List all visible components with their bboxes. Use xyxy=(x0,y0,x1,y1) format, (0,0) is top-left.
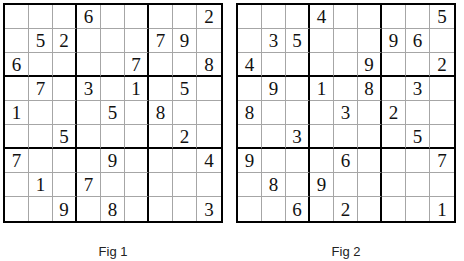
sudoku-cell-r3c9[interactable]: 2 xyxy=(430,53,454,77)
sudoku-cell-r3c6[interactable]: 7 xyxy=(125,53,149,77)
sudoku-cell-r5c7[interactable]: 8 xyxy=(149,101,173,125)
sudoku-cell-r1c8[interactable] xyxy=(173,5,197,29)
sudoku-cell-r4c5[interactable] xyxy=(334,77,358,101)
sudoku-cell-r1c2[interactable] xyxy=(29,5,53,29)
sudoku-cell-r6c5[interactable] xyxy=(334,125,358,149)
sudoku-cell-r3c5[interactable] xyxy=(334,53,358,77)
sudoku-cell-r8c1[interactable] xyxy=(238,173,262,197)
sudoku-cell-r4c6[interactable]: 1 xyxy=(125,77,149,101)
sudoku-cell-r7c8[interactable] xyxy=(406,149,430,173)
sudoku-cell-r5c5[interactable]: 3 xyxy=(334,101,358,125)
sudoku-cell-r7c4[interactable] xyxy=(77,149,101,173)
sudoku-cell-r1c3[interactable] xyxy=(286,5,310,29)
sudoku-cell-r4c8[interactable]: 3 xyxy=(406,77,430,101)
sudoku-grid-fig2: 45359649291838323596789621 xyxy=(236,3,456,223)
sudoku-cell-r4c3[interactable] xyxy=(53,77,77,101)
sudoku-cell-r6c9[interactable] xyxy=(197,125,221,149)
sudoku-cell-r2c5[interactable] xyxy=(334,29,358,53)
sudoku-cell-r1c9[interactable]: 2 xyxy=(197,5,221,29)
sudoku-cell-r9c7[interactable] xyxy=(149,197,173,221)
sudoku-cell-r3c1[interactable]: 6 xyxy=(5,53,29,77)
sudoku-cell-r3c9[interactable]: 8 xyxy=(197,53,221,77)
sudoku-cell-r3c3[interactable] xyxy=(286,53,310,77)
sudoku-cell-r1c1[interactable] xyxy=(5,5,29,29)
sudoku-cell-r2c5[interactable] xyxy=(101,29,125,53)
sudoku-cell-r4c4[interactable]: 3 xyxy=(77,77,101,101)
sudoku-cell-r7c1[interactable]: 9 xyxy=(238,149,262,173)
sudoku-cell-r3c2[interactable] xyxy=(29,53,53,77)
sudoku-cell-r6c3[interactable]: 5 xyxy=(53,125,77,149)
sudoku-cell-r5c7[interactable]: 2 xyxy=(382,101,406,125)
sudoku-cell-r1c7[interactable] xyxy=(382,5,406,29)
sudoku-cell-r6c2[interactable] xyxy=(29,125,53,149)
sudoku-cell-r7c9[interactable]: 7 xyxy=(430,149,454,173)
sudoku-cell-r9c1[interactable] xyxy=(238,197,262,221)
sudoku-cell-r2c8[interactable]: 9 xyxy=(173,29,197,53)
sudoku-cell-r9c4[interactable] xyxy=(310,197,334,221)
sudoku-cell-r9c2[interactable] xyxy=(262,197,286,221)
sudoku-cell-r3c7[interactable] xyxy=(382,53,406,77)
sudoku-cell-r1c1[interactable] xyxy=(238,5,262,29)
sudoku-cell-r9c6[interactable] xyxy=(125,197,149,221)
sudoku-cell-r8c8[interactable] xyxy=(173,173,197,197)
sudoku-cell-r4c9[interactable] xyxy=(430,77,454,101)
sudoku-cell-r2c4[interactable] xyxy=(77,29,101,53)
sudoku-cell-r2c7[interactable]: 7 xyxy=(149,29,173,53)
sudoku-cell-r9c7[interactable] xyxy=(382,197,406,221)
sudoku-cell-r5c1[interactable]: 1 xyxy=(5,101,29,125)
sudoku-cell-r3c5[interactable] xyxy=(101,53,125,77)
sudoku-cell-r8c2[interactable]: 8 xyxy=(262,173,286,197)
sudoku-cell-r2c1[interactable] xyxy=(238,29,262,53)
sudoku-cell-r6c8[interactable]: 2 xyxy=(173,125,197,149)
sudoku-cell-r9c1[interactable] xyxy=(5,197,29,221)
sudoku-cell-r4c7[interactable] xyxy=(149,77,173,101)
sudoku-cell-r7c9[interactable]: 4 xyxy=(197,149,221,173)
sudoku-cell-r2c6[interactable] xyxy=(125,29,149,53)
sudoku-cell-r9c3[interactable]: 9 xyxy=(53,197,77,221)
sudoku-cell-r5c4[interactable] xyxy=(310,101,334,125)
sudoku-cell-r5c2[interactable] xyxy=(29,101,53,125)
sudoku-cell-r6c4[interactable] xyxy=(77,125,101,149)
sudoku-cell-r9c6[interactable] xyxy=(358,197,382,221)
sudoku-cell-r3c7[interactable] xyxy=(149,53,173,77)
sudoku-cell-r4c2[interactable]: 9 xyxy=(262,77,286,101)
sudoku-cell-r7c2[interactable] xyxy=(29,149,53,173)
sudoku-cell-r5c5[interactable]: 5 xyxy=(101,101,125,125)
sudoku-cell-r2c9[interactable] xyxy=(197,29,221,53)
sudoku-cell-r6c6[interactable] xyxy=(358,125,382,149)
sudoku-cell-r2c2[interactable]: 3 xyxy=(262,29,286,53)
sudoku-cell-r4c7[interactable] xyxy=(382,77,406,101)
sudoku-cell-r9c5[interactable]: 8 xyxy=(101,197,125,221)
sudoku-cell-r4c3[interactable] xyxy=(286,77,310,101)
sudoku-cell-r6c7[interactable] xyxy=(149,125,173,149)
sudoku-cell-r5c1[interactable]: 8 xyxy=(238,101,262,125)
sudoku-cell-r1c5[interactable] xyxy=(101,5,125,29)
sudoku-cell-r6c1[interactable] xyxy=(5,125,29,149)
sudoku-cell-r9c8[interactable] xyxy=(173,197,197,221)
sudoku-cell-r5c9[interactable] xyxy=(430,101,454,125)
sudoku-cell-r9c3[interactable]: 6 xyxy=(286,197,310,221)
sudoku-cell-r3c2[interactable] xyxy=(262,53,286,77)
sudoku-cell-r7c6[interactable] xyxy=(358,149,382,173)
sudoku-cell-r8c5[interactable] xyxy=(334,173,358,197)
sudoku-cell-r9c8[interactable] xyxy=(406,197,430,221)
sudoku-cell-r7c3[interactable] xyxy=(286,149,310,173)
sudoku-cell-r5c2[interactable] xyxy=(262,101,286,125)
sudoku-cell-r5c9[interactable] xyxy=(197,101,221,125)
sudoku-cell-r3c4[interactable] xyxy=(77,53,101,77)
sudoku-cell-r5c8[interactable] xyxy=(173,101,197,125)
sudoku-cell-r8c7[interactable] xyxy=(149,173,173,197)
sudoku-cell-r6c8[interactable]: 5 xyxy=(406,125,430,149)
sudoku-cell-r8c9[interactable] xyxy=(430,173,454,197)
fig1-caption: Fig 1 xyxy=(3,244,223,259)
sudoku-cell-r8c8[interactable] xyxy=(406,173,430,197)
sudoku-cell-r8c9[interactable] xyxy=(197,173,221,197)
sudoku-cell-r6c1[interactable] xyxy=(238,125,262,149)
sudoku-cell-r7c3[interactable] xyxy=(53,149,77,173)
sudoku-cell-r9c9[interactable]: 1 xyxy=(430,197,454,221)
sudoku-cell-r3c8[interactable] xyxy=(173,53,197,77)
sudoku-cell-r3c6[interactable]: 9 xyxy=(358,53,382,77)
sudoku-cell-r5c8[interactable] xyxy=(406,101,430,125)
sudoku-cell-r4c1[interactable] xyxy=(5,77,29,101)
sudoku-cell-r8c2[interactable]: 1 xyxy=(29,173,53,197)
sudoku-cell-r1c2[interactable] xyxy=(262,5,286,29)
fig2-caption: Fig 2 xyxy=(236,244,456,259)
sudoku-cell-r6c9[interactable] xyxy=(430,125,454,149)
sudoku-cell-r8c6[interactable] xyxy=(125,173,149,197)
sudoku-cell-r2c4[interactable] xyxy=(310,29,334,53)
sudoku-cell-r1c5[interactable] xyxy=(334,5,358,29)
sudoku-cell-r4c4[interactable]: 1 xyxy=(310,77,334,101)
sudoku-cell-r3c8[interactable] xyxy=(406,53,430,77)
sudoku-cell-r8c5[interactable] xyxy=(101,173,125,197)
sudoku-cell-r1c3[interactable] xyxy=(53,5,77,29)
sudoku-cell-r1c4[interactable]: 6 xyxy=(77,5,101,29)
sudoku-cell-r5c3[interactable] xyxy=(286,101,310,125)
sudoku-cell-r2c3[interactable]: 5 xyxy=(286,29,310,53)
sudoku-cell-r2c6[interactable] xyxy=(358,29,382,53)
sudoku-cell-r9c9[interactable]: 3 xyxy=(197,197,221,221)
sudoku-cell-r6c6[interactable] xyxy=(125,125,149,149)
sudoku-cell-r1c8[interactable] xyxy=(406,5,430,29)
sudoku-cell-r1c6[interactable] xyxy=(358,5,382,29)
sudoku-cell-r1c7[interactable] xyxy=(149,5,173,29)
sudoku-cell-r4c2[interactable]: 7 xyxy=(29,77,53,101)
sudoku-cell-r2c7[interactable]: 9 xyxy=(382,29,406,53)
sudoku-cell-r1c9[interactable]: 5 xyxy=(430,5,454,29)
sudoku-cell-r8c4[interactable]: 7 xyxy=(77,173,101,197)
sudoku-cell-r7c1[interactable]: 7 xyxy=(5,149,29,173)
sudoku-cell-r6c4[interactable] xyxy=(310,125,334,149)
sudoku-cell-r5c6[interactable] xyxy=(358,101,382,125)
sudoku-cell-r8c4[interactable]: 9 xyxy=(310,173,334,197)
sudoku-cell-r7c6[interactable] xyxy=(125,149,149,173)
sudoku-cell-r3c3[interactable] xyxy=(53,53,77,77)
sudoku-cell-r7c4[interactable] xyxy=(310,149,334,173)
sudoku-cell-r1c6[interactable] xyxy=(125,5,149,29)
sudoku-cell-r4c5[interactable] xyxy=(101,77,125,101)
sudoku-cell-r1c4[interactable]: 4 xyxy=(310,5,334,29)
sudoku-cell-r2c9[interactable] xyxy=(430,29,454,53)
sudoku-cell-r6c7[interactable] xyxy=(382,125,406,149)
sudoku-cell-r5c4[interactable] xyxy=(77,101,101,125)
sudoku-cell-r4c1[interactable] xyxy=(238,77,262,101)
sudoku-cell-r8c1[interactable] xyxy=(5,173,29,197)
sudoku-cell-r6c5[interactable] xyxy=(101,125,125,149)
sudoku-cell-r8c7[interactable] xyxy=(382,173,406,197)
sudoku-cell-r8c6[interactable] xyxy=(358,173,382,197)
sudoku-cell-r7c8[interactable] xyxy=(173,149,197,173)
sudoku-cell-r6c3[interactable]: 3 xyxy=(286,125,310,149)
sudoku-cell-r8c3[interactable] xyxy=(53,173,77,197)
sudoku-cell-r5c6[interactable] xyxy=(125,101,149,125)
sudoku-cell-r3c4[interactable] xyxy=(310,53,334,77)
sudoku-cell-r9c2[interactable] xyxy=(29,197,53,221)
sudoku-cell-r2c8[interactable]: 6 xyxy=(406,29,430,53)
sudoku-cell-r9c4[interactable] xyxy=(77,197,101,221)
sudoku-cell-r7c7[interactable] xyxy=(149,149,173,173)
sudoku-cell-r7c7[interactable] xyxy=(382,149,406,173)
sudoku-grid-fig1: 62527967873151585279417983 xyxy=(3,3,223,223)
figure-1: 62527967873151585279417983 Fig 1 xyxy=(3,3,223,259)
figure-2: 45359649291838323596789621 Fig 2 xyxy=(236,3,456,259)
sudoku-cell-r6c2[interactable] xyxy=(262,125,286,149)
sudoku-cell-r7c5[interactable]: 6 xyxy=(334,149,358,173)
sudoku-cell-r2c1[interactable] xyxy=(5,29,29,53)
sudoku-cell-r4c6[interactable]: 8 xyxy=(358,77,382,101)
sudoku-cell-r7c2[interactable] xyxy=(262,149,286,173)
sudoku-cell-r5c3[interactable] xyxy=(53,101,77,125)
sudoku-cell-r4c8[interactable]: 5 xyxy=(173,77,197,101)
sudoku-cell-r3c1[interactable]: 4 xyxy=(238,53,262,77)
sudoku-cell-r7c5[interactable]: 9 xyxy=(101,149,125,173)
sudoku-cell-r8c3[interactable] xyxy=(286,173,310,197)
sudoku-cell-r4c9[interactable] xyxy=(197,77,221,101)
sudoku-cell-r2c3[interactable]: 2 xyxy=(53,29,77,53)
sudoku-cell-r9c5[interactable]: 2 xyxy=(334,197,358,221)
sudoku-cell-r2c2[interactable]: 5 xyxy=(29,29,53,53)
